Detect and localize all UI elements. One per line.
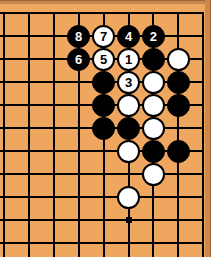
- black-stone: [92, 94, 115, 117]
- black-stone-move-2: 2: [142, 25, 165, 48]
- white-stone-move-7: 7: [92, 25, 115, 48]
- move-number: 1: [125, 53, 132, 66]
- white-stone: [142, 163, 165, 186]
- move-number: 7: [100, 30, 107, 43]
- black-stone: [167, 94, 190, 117]
- black-stone-move-6: 6: [67, 48, 90, 71]
- white-stone: [142, 94, 165, 117]
- move-number: 3: [125, 76, 132, 89]
- white-stone-move-3: 3: [117, 71, 140, 94]
- move-number: 5: [100, 53, 107, 66]
- white-stone: [117, 94, 140, 117]
- board-right-edge: [205, 0, 211, 257]
- black-stone: [92, 117, 115, 140]
- black-stone: [92, 71, 115, 94]
- black-stone: [142, 48, 165, 71]
- black-stone-move-4: 4: [117, 25, 140, 48]
- black-stone: [167, 71, 190, 94]
- move-number: 6: [75, 53, 82, 66]
- move-number: 8: [75, 30, 82, 43]
- white-stone: [142, 117, 165, 140]
- white-stone-move-5: 5: [92, 48, 115, 71]
- grid-line-horizontal: [0, 196, 204, 198]
- go-board-diagram: 87426513: [0, 0, 211, 257]
- move-number: 2: [150, 30, 157, 43]
- white-stone: [117, 140, 140, 163]
- white-stone: [117, 186, 140, 209]
- board-top-edge: [0, 0, 211, 4]
- white-stone-move-1: 1: [117, 48, 140, 71]
- grid-line-horizontal: [0, 173, 204, 175]
- grid-line-horizontal: [0, 242, 204, 244]
- star-point: [126, 217, 132, 223]
- black-stone: [167, 140, 190, 163]
- black-stone: [142, 140, 165, 163]
- move-number: 4: [125, 30, 132, 43]
- grid-line-horizontal: [0, 219, 204, 221]
- white-stone: [142, 71, 165, 94]
- black-stone-move-8: 8: [67, 25, 90, 48]
- black-stone: [117, 117, 140, 140]
- white-stone: [167, 48, 190, 71]
- grid-line-horizontal: [0, 12, 204, 14]
